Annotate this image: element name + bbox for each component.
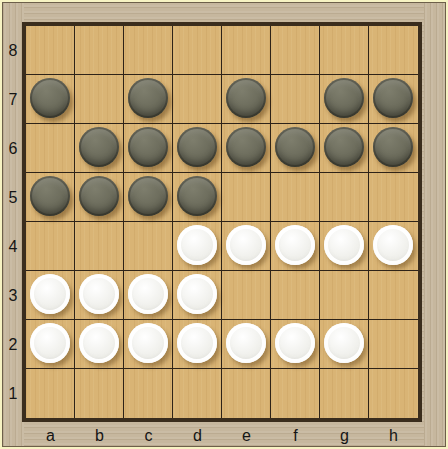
square-f6[interactable]: ● (271, 124, 320, 173)
white-disc-a3[interactable]: ● (30, 274, 70, 314)
file-label-e: e (222, 425, 271, 446)
rank-label-4: 4 (2, 222, 24, 271)
white-disc-g4[interactable]: ● (324, 225, 364, 265)
square-f7[interactable] (271, 75, 320, 124)
rank-label-1: 1 (2, 369, 24, 418)
white-disc-d2[interactable]: ● (177, 323, 217, 363)
rank-label-3: 3 (2, 271, 24, 320)
square-f1[interactable] (271, 369, 320, 418)
white-disc-d3[interactable]: ● (177, 274, 217, 314)
square-a1[interactable] (26, 369, 75, 418)
square-a2[interactable]: ● (26, 320, 75, 369)
square-g7[interactable]: ● (320, 75, 369, 124)
black-disc-c6[interactable]: ● (128, 127, 168, 167)
square-c1[interactable] (124, 369, 173, 418)
square-h8[interactable] (369, 26, 418, 75)
file-label-a: a (26, 425, 75, 446)
white-disc-d4[interactable]: ● (177, 225, 217, 265)
black-disc-h7[interactable]: ● (373, 78, 413, 118)
white-disc-h4[interactable]: ● (373, 225, 413, 265)
square-a5[interactable]: ● (26, 173, 75, 222)
square-d7[interactable] (173, 75, 222, 124)
square-a7[interactable]: ● (26, 75, 75, 124)
square-c7[interactable]: ● (124, 75, 173, 124)
black-disc-e6[interactable]: ● (226, 127, 266, 167)
white-disc-c3[interactable]: ● (128, 274, 168, 314)
square-h3[interactable] (369, 271, 418, 320)
black-disc-a5[interactable]: ● (30, 176, 70, 216)
square-b4[interactable] (75, 222, 124, 271)
black-disc-b5[interactable]: ● (79, 176, 119, 216)
square-a6[interactable] (26, 124, 75, 173)
rank-label-7: 7 (2, 75, 24, 124)
rank-label-6: 6 (2, 124, 24, 173)
square-c3[interactable]: ● (124, 271, 173, 320)
square-c5[interactable]: ● (124, 173, 173, 222)
file-label-g: g (320, 425, 369, 446)
rank-labels: 87654321 (2, 26, 24, 418)
square-e2[interactable]: ● (222, 320, 271, 369)
square-e8[interactable] (222, 26, 271, 75)
square-g6[interactable]: ● (320, 124, 369, 173)
file-label-b: b (75, 425, 124, 446)
white-disc-b3[interactable]: ● (79, 274, 119, 314)
square-e5[interactable] (222, 173, 271, 222)
file-label-c: c (124, 425, 173, 446)
square-e6[interactable]: ● (222, 124, 271, 173)
square-b1[interactable] (75, 369, 124, 418)
square-b7[interactable] (75, 75, 124, 124)
file-labels: abcdefgh (26, 425, 418, 446)
square-e1[interactable] (222, 369, 271, 418)
square-b8[interactable] (75, 26, 124, 75)
white-disc-f2[interactable]: ● (275, 323, 315, 363)
square-c4[interactable] (124, 222, 173, 271)
black-disc-e7[interactable]: ● (226, 78, 266, 118)
square-e3[interactable] (222, 271, 271, 320)
square-d6[interactable]: ● (173, 124, 222, 173)
square-f5[interactable] (271, 173, 320, 222)
square-e4[interactable]: ● (222, 222, 271, 271)
square-d3[interactable]: ● (173, 271, 222, 320)
square-h6[interactable]: ● (369, 124, 418, 173)
white-disc-c2[interactable]: ● (128, 323, 168, 363)
square-d4[interactable]: ● (173, 222, 222, 271)
square-e7[interactable]: ● (222, 75, 271, 124)
black-disc-d5[interactable]: ● (177, 176, 217, 216)
rank-label-5: 5 (2, 173, 24, 222)
square-c2[interactable]: ● (124, 320, 173, 369)
white-disc-a2[interactable]: ● (30, 323, 70, 363)
square-f3[interactable] (271, 271, 320, 320)
square-d5[interactable]: ● (173, 173, 222, 222)
square-f8[interactable] (271, 26, 320, 75)
square-f4[interactable]: ● (271, 222, 320, 271)
white-disc-f4[interactable]: ● (275, 225, 315, 265)
white-disc-e4[interactable]: ● (226, 225, 266, 265)
file-label-f: f (271, 425, 320, 446)
rank-label-2: 2 (2, 320, 24, 369)
square-a8[interactable] (26, 26, 75, 75)
square-g1[interactable] (320, 369, 369, 418)
black-disc-c5[interactable]: ● (128, 176, 168, 216)
square-g8[interactable] (320, 26, 369, 75)
square-b5[interactable]: ● (75, 173, 124, 222)
rank-label-8: 8 (2, 26, 24, 75)
white-disc-g2[interactable]: ● (324, 323, 364, 363)
black-disc-g6[interactable]: ● (324, 127, 364, 167)
square-g4[interactable]: ● (320, 222, 369, 271)
square-h1[interactable] (369, 369, 418, 418)
square-g3[interactable] (320, 271, 369, 320)
square-d8[interactable] (173, 26, 222, 75)
black-disc-h6[interactable]: ● (373, 127, 413, 167)
file-label-d: d (173, 425, 222, 446)
black-disc-f6[interactable]: ● (275, 127, 315, 167)
square-g5[interactable] (320, 173, 369, 222)
file-label-h: h (369, 425, 418, 446)
square-f2[interactable]: ● (271, 320, 320, 369)
square-c8[interactable] (124, 26, 173, 75)
white-disc-e2[interactable]: ● (226, 323, 266, 363)
square-h4[interactable]: ● (369, 222, 418, 271)
square-d2[interactable]: ● (173, 320, 222, 369)
black-disc-a7[interactable]: ● (30, 78, 70, 118)
square-g2[interactable]: ● (320, 320, 369, 369)
square-d1[interactable] (173, 369, 222, 418)
white-disc-b2[interactable]: ● (79, 323, 119, 363)
game-window: 87654321 abcdefgh ●●●●●●●●●●●●●●●●●●●●●●… (0, 0, 448, 449)
black-disc-b6[interactable]: ● (79, 127, 119, 167)
black-disc-g7[interactable]: ● (324, 78, 364, 118)
black-disc-c7[interactable]: ● (128, 78, 168, 118)
square-b6[interactable]: ● (75, 124, 124, 173)
square-c6[interactable]: ● (124, 124, 173, 173)
square-a4[interactable] (26, 222, 75, 271)
square-b3[interactable]: ● (75, 271, 124, 320)
square-h5[interactable] (369, 173, 418, 222)
black-disc-d6[interactable]: ● (177, 127, 217, 167)
square-h2[interactable] (369, 320, 418, 369)
frame-right-rail (424, 3, 445, 446)
square-b2[interactable]: ● (75, 320, 124, 369)
board: ●●●●●●●●●●●●●●●●●●●●●●●●●●●●●●●● (22, 22, 422, 422)
square-h7[interactable]: ● (369, 75, 418, 124)
square-a3[interactable]: ● (26, 271, 75, 320)
